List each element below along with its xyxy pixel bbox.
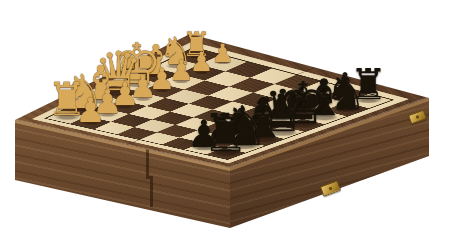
product-photo-stage: ♜♟♞♟♝♟♚♟♛♟♟♜♝♟♟♞♞♟♟♜♝♟♟♚♟♛♟♝♟♞♟♜	[0, 0, 450, 234]
